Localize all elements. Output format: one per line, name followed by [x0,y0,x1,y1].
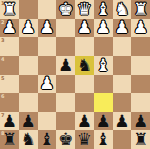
rank-label-3: 3 [1,37,4,43]
square-b3[interactable] [113,37,132,56]
square-e5[interactable] [56,75,75,94]
white-king-icon: ♚ [58,0,73,17]
square-d3[interactable] [75,37,94,56]
rank-label-2: 2 [1,19,4,25]
square-g3[interactable] [19,37,38,56]
black-pawn-icon: ♟ [58,56,73,73]
square-h5[interactable]: 5 [0,75,19,94]
square-g2[interactable]: ♟ [19,19,38,38]
white-bishop-icon: ♝ [96,0,111,17]
square-h8[interactable]: 8♜ [0,130,19,149]
black-rook-icon: ♜ [2,131,17,148]
white-rook-icon: ♜ [2,0,17,17]
white-pawn-icon: ♟ [39,19,54,36]
square-g8[interactable]: ♞ [19,130,38,149]
black-pawn-icon: ♟ [133,112,148,129]
square-g6[interactable] [19,93,38,112]
square-c4[interactable]: ♝ [94,56,113,75]
square-b7[interactable]: ♟ [113,112,132,131]
square-d7[interactable]: ♟ [75,112,94,131]
square-d8[interactable]: ♛ [75,130,94,149]
square-e3[interactable] [56,37,75,56]
white-pawn-icon: ♟ [2,19,17,36]
rank-label-6: 6 [1,93,4,99]
square-g5[interactable] [19,75,38,94]
square-a2[interactable]: ♟ [131,19,150,38]
black-pawn-icon: ♟ [77,112,92,129]
white-pawn-icon: ♟ [96,19,111,36]
square-e4[interactable]: ♟ [56,56,75,75]
black-pawn-icon: ♟ [2,112,17,129]
white-pawn-icon: ♟ [114,19,129,36]
square-a4[interactable] [131,56,150,75]
square-h7[interactable]: 7♟ [0,112,19,131]
square-a3[interactable] [131,37,150,56]
square-c8[interactable]: ♝ [94,130,113,149]
white-pawn-icon: ♟ [21,19,36,36]
square-a7[interactable]: ♟ [131,112,150,131]
white-knight-icon: ♞ [114,0,129,17]
square-f2[interactable]: ♟ [38,19,57,38]
square-d1[interactable]: ♛ [75,0,94,19]
square-f1[interactable] [38,0,57,19]
square-f3[interactable] [38,37,57,56]
black-queen-icon: ♛ [77,131,92,148]
black-pawn-icon: ♟ [21,112,36,129]
square-a5[interactable] [131,75,150,94]
square-b2[interactable]: ♟ [113,19,132,38]
black-pawn-icon: ♟ [96,112,111,129]
square-a1[interactable]: ♜ [131,0,150,19]
square-h2[interactable]: 2♟ [0,19,19,38]
square-c1[interactable]: ♝ [94,0,113,19]
square-d4[interactable]: ♞ [75,56,94,75]
square-h3[interactable]: 3 [0,37,19,56]
square-c3[interactable] [94,37,113,56]
square-b1[interactable]: ♞ [113,0,132,19]
chess-board: 1♜♚♛♝♞♜2♟♟♟♟♟♟♟34♟♞♝5♟67♟♟♟♟♟♟8♜♞♝♚♛♝♜ [0,0,150,149]
square-b5[interactable] [113,75,132,94]
black-king-icon: ♚ [58,131,73,148]
rank-label-7: 7 [1,112,4,118]
square-f7[interactable] [38,112,57,131]
square-e2[interactable] [56,19,75,38]
black-knight-icon: ♞ [77,56,92,73]
rank-label-4: 4 [1,56,4,62]
square-a6[interactable] [131,93,150,112]
square-g1[interactable] [19,0,38,19]
square-g7[interactable]: ♟ [19,112,38,131]
square-h6[interactable]: 6 [0,93,19,112]
square-b6[interactable] [113,93,132,112]
square-d6[interactable] [75,93,94,112]
white-bishop-icon: ♝ [96,56,111,73]
black-bishop-icon: ♝ [96,131,111,148]
square-b4[interactable] [113,56,132,75]
white-pawn-icon: ♟ [39,75,54,92]
square-d5[interactable] [75,75,94,94]
black-bishop-icon: ♝ [39,131,54,148]
white-pawn-icon: ♟ [133,19,148,36]
square-c7[interactable]: ♟ [94,112,113,131]
black-pawn-icon: ♟ [114,112,129,129]
square-h4[interactable]: 4 [0,56,19,75]
square-c5[interactable] [94,75,113,94]
square-f6[interactable] [38,93,57,112]
white-rook-icon: ♜ [133,0,148,17]
square-e7[interactable] [56,112,75,131]
square-h1[interactable]: 1♜ [0,0,19,19]
rank-label-5: 5 [1,75,4,81]
square-f5[interactable]: ♟ [38,75,57,94]
black-rook-icon: ♜ [133,131,148,148]
square-d2[interactable]: ♟ [75,19,94,38]
rank-label-8: 8 [1,130,4,136]
white-pawn-icon: ♟ [77,19,92,36]
square-e8[interactable]: ♚ [56,130,75,149]
white-queen-icon: ♛ [77,0,92,17]
square-c2[interactable]: ♟ [94,19,113,38]
square-c6[interactable] [94,93,113,112]
square-e1[interactable]: ♚ [56,0,75,19]
black-knight-icon: ♞ [21,131,36,148]
square-f4[interactable] [38,56,57,75]
square-f8[interactable]: ♝ [38,130,57,149]
square-g4[interactable] [19,56,38,75]
square-b8[interactable] [113,130,132,149]
rank-label-1: 1 [1,0,4,6]
square-e6[interactable] [56,93,75,112]
square-a8[interactable]: ♜ [131,130,150,149]
